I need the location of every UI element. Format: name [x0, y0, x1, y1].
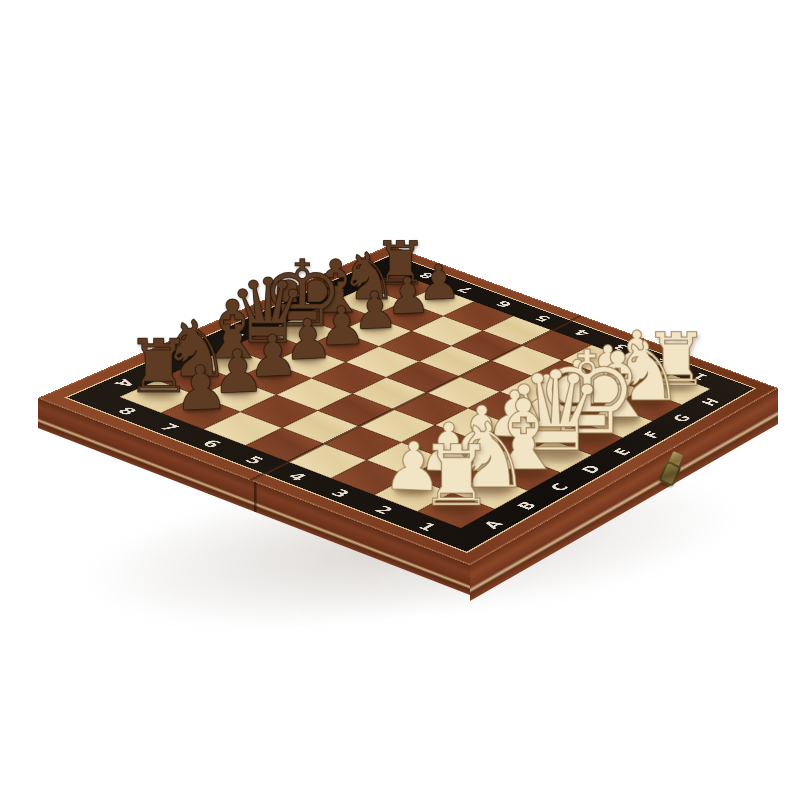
- fold-seam-side: [254, 482, 257, 513]
- piece-black-pawn-a7: ♟: [172, 356, 229, 419]
- product-photo-scene: ABCDEFGH ABCDEFGH 87654321 87654321 ♜♞♝♛…: [0, 0, 800, 800]
- piece-white-rook-a1: ♜: [419, 435, 494, 519]
